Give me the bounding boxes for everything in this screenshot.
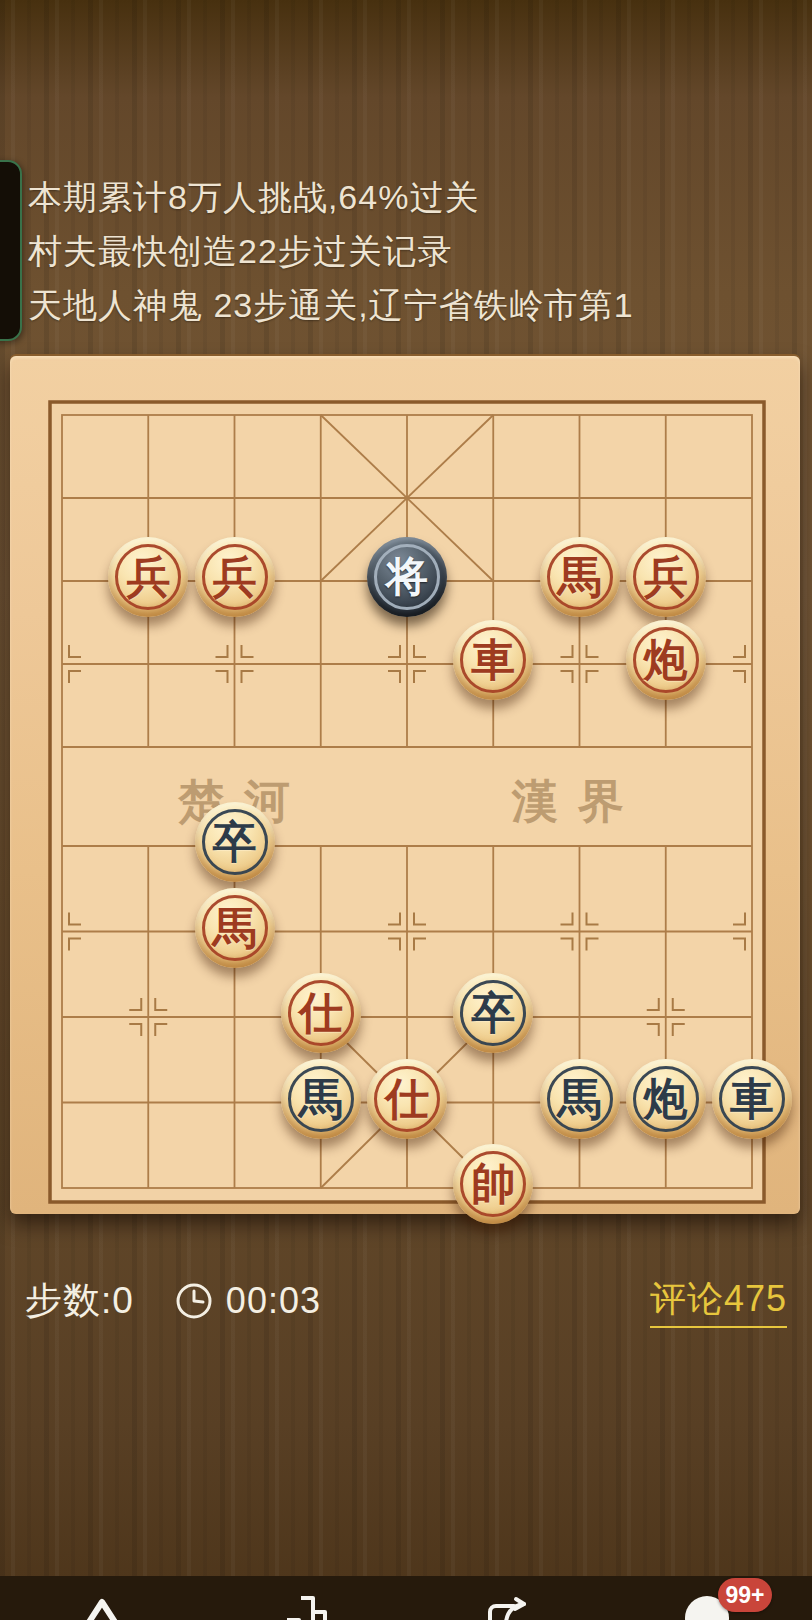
piece-character: 兵 <box>126 537 170 617</box>
red-piece-仕[interactable]: 仕 <box>281 973 361 1053</box>
red-piece-車[interactable]: 車 <box>453 620 533 700</box>
red-piece-馬[interactable]: 馬 <box>540 537 620 617</box>
piece-character: 仕 <box>385 1059 429 1139</box>
nav-item-profile[interactable] <box>609 1576 812 1620</box>
red-piece-馬[interactable]: 馬 <box>195 888 275 968</box>
piece-character: 馬 <box>558 537 602 617</box>
status-bar: 步数:0 00:03 评论475 <box>0 1278 812 1324</box>
black-piece-卒[interactable]: 卒 <box>453 973 533 1053</box>
piece-character: 帥 <box>471 1144 515 1224</box>
notification-badge: 99+ <box>718 1578 772 1612</box>
ticker-line: 本期累计8万人挑战,64%过关 <box>28 170 634 224</box>
clock-icon <box>174 1281 214 1321</box>
red-piece-兵[interactable]: 兵 <box>626 537 706 617</box>
nav-item-ranking[interactable] <box>203 1576 406 1620</box>
black-piece-卒[interactable]: 卒 <box>195 802 275 882</box>
piece-character: 馬 <box>558 1059 602 1139</box>
ticker-line: 村夫最快创造22步过关记录 <box>28 224 634 278</box>
chevron-up-icon <box>74 1590 130 1620</box>
xiangqi-board[interactable]: 楚河 漢界 兵兵将馬兵車炮卒馬仕卒馬仕馬炮車帥 <box>10 356 800 1214</box>
piece-character: 卒 <box>471 973 515 1053</box>
red-piece-帥[interactable]: 帥 <box>453 1144 533 1224</box>
red-piece-兵[interactable]: 兵 <box>195 537 275 617</box>
steps-counter: 步数:0 <box>25 1276 134 1326</box>
bottom-nav-bar <box>0 1576 812 1620</box>
piece-character: 卒 <box>213 802 257 882</box>
piece-character: 馬 <box>213 888 257 968</box>
piece-character: 兵 <box>213 537 257 617</box>
piece-character: 仕 <box>299 973 343 1053</box>
challenge-ticker: 本期累计8万人挑战,64%过关村夫最快创造22步过关记录天地人神鬼 23步通关,… <box>28 170 634 332</box>
bar-chart-icon <box>277 1590 333 1620</box>
ticker-line: 天地人神鬼 23步通关,辽宁省铁岭市第1 <box>28 278 634 332</box>
red-piece-仕[interactable]: 仕 <box>367 1059 447 1139</box>
black-piece-車[interactable]: 車 <box>712 1059 792 1139</box>
timer-value: 00:03 <box>226 1280 321 1322</box>
red-piece-兵[interactable]: 兵 <box>108 537 188 617</box>
piece-character: 炮 <box>644 1059 688 1139</box>
nav-item-share[interactable] <box>406 1576 609 1620</box>
nav-item-home[interactable] <box>0 1576 203 1620</box>
piece-character: 車 <box>730 1059 774 1139</box>
comments-link[interactable]: 评论475 <box>650 1275 787 1328</box>
piece-character: 兵 <box>644 537 688 617</box>
red-piece-炮[interactable]: 炮 <box>626 620 706 700</box>
black-piece-炮[interactable]: 炮 <box>626 1059 706 1139</box>
side-drawer-handle[interactable] <box>0 160 22 341</box>
share-icon <box>480 1590 536 1620</box>
black-piece-将[interactable]: 将 <box>367 537 447 617</box>
piece-character: 炮 <box>644 620 688 700</box>
piece-character: 将 <box>386 537 428 617</box>
piece-character: 車 <box>471 620 515 700</box>
black-piece-馬[interactable]: 馬 <box>540 1059 620 1139</box>
black-piece-馬[interactable]: 馬 <box>281 1059 361 1139</box>
piece-character: 馬 <box>299 1059 343 1139</box>
pieces-layer: 兵兵将馬兵車炮卒馬仕卒馬仕馬炮車帥 <box>10 356 800 1214</box>
app-screen: 本期累计8万人挑战,64%过关村夫最快创造22步过关记录天地人神鬼 23步通关,… <box>0 0 812 1620</box>
